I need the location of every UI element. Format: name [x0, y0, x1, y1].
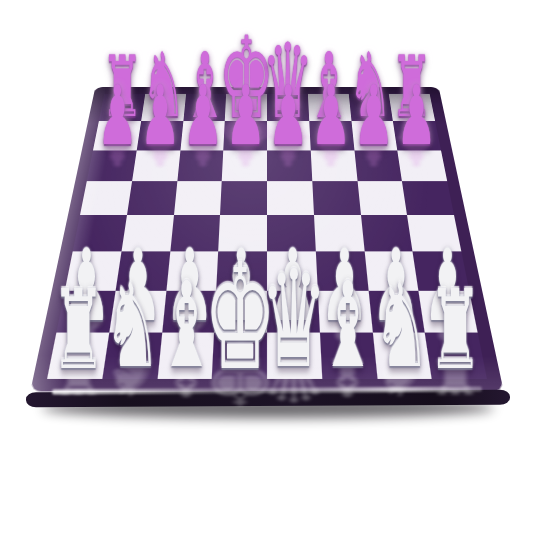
- square-b5[interactable]: [127, 181, 177, 215]
- piece-black-pawn-a7[interactable]: ♟: [97, 76, 138, 158]
- square-d5[interactable]: [220, 181, 267, 215]
- piece-black-pawn-h7[interactable]: ♟: [396, 76, 437, 158]
- square-f5[interactable]: [312, 181, 360, 215]
- square-c5[interactable]: [174, 181, 222, 215]
- square-g5[interactable]: [357, 181, 407, 215]
- piece-white-rook-h1[interactable]: ♜: [428, 274, 483, 384]
- square-a5[interactable]: [80, 181, 132, 215]
- piece-white-knight-b1[interactable]: ♞: [104, 269, 162, 385]
- square-h5[interactable]: [402, 181, 454, 215]
- piece-black-pawn-d7[interactable]: ♟: [225, 76, 266, 158]
- pieces-layer: ♜♜♞♞♝♝♚♚♛♛♝♝♞♞♜♜♟♟♟♟♟♟♟♟♟♟♟♟♟♟♟♟♟♟♟♟♟♟♟♟…: [0, 0, 533, 533]
- piece-white-bishop-f1[interactable]: ♝: [318, 267, 377, 385]
- piece-black-pawn-c7[interactable]: ♟: [182, 76, 223, 158]
- piece-white-knight-g1[interactable]: ♞: [373, 269, 431, 385]
- piece-black-pawn-b7[interactable]: ♟: [140, 76, 181, 158]
- piece-black-pawn-f7[interactable]: ♟: [311, 76, 352, 158]
- piece-white-rook-a1[interactable]: ♜: [51, 274, 106, 384]
- square-e5[interactable]: [267, 181, 314, 215]
- piece-black-pawn-g7[interactable]: ♟: [353, 76, 394, 158]
- chess-photo-scene: ♜♜♞♞♝♝♚♚♛♛♝♝♞♞♜♜♟♟♟♟♟♟♟♟♟♟♟♟♟♟♟♟♟♟♟♟♟♟♟♟…: [0, 0, 533, 533]
- piece-black-pawn-e7[interactable]: ♟: [268, 76, 309, 158]
